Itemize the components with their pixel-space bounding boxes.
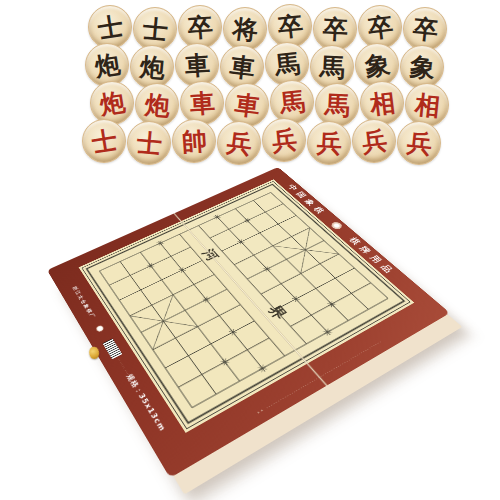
- xiangqi-piece-士: 士: [127, 121, 171, 165]
- xiangqi-piece-炮: 炮: [135, 83, 179, 127]
- piece-character: 卒: [366, 13, 394, 41]
- piece-character: 馬: [278, 88, 305, 115]
- piece-character: 卒: [276, 12, 303, 39]
- piece-character: 兵: [405, 129, 432, 156]
- piece-character: 車: [184, 52, 211, 79]
- xiangqi-piece-兵: 兵: [352, 119, 396, 163]
- piece-character: 卒: [411, 15, 438, 42]
- xiangqi-piece-兵: 兵: [397, 121, 441, 165]
- piece-character: 卒: [322, 16, 348, 42]
- piece-character: 馬: [324, 92, 350, 118]
- pieces-tray: 士士卒将卒卒卒卒 炮炮車車馬馬象象 炮炮車車馬馬相相 士士帥兵兵兵兵兵: [0, 5, 500, 163]
- xiangqi-piece-炮: 炮: [90, 81, 134, 125]
- piece-character: 士: [90, 127, 119, 156]
- seal-icon: [329, 221, 343, 231]
- xiangqi-piece-兵: 兵: [307, 121, 351, 165]
- xiangqi-piece-馬: 馬: [270, 80, 314, 124]
- xiangqi-piece-兵: 兵: [262, 118, 306, 162]
- piece-character: 相: [413, 91, 440, 118]
- xiangqi-piece-車: 車: [180, 81, 224, 125]
- tray-row-red-2: 士士帥兵兵兵兵兵: [82, 119, 500, 163]
- board-field: 河 界: [79, 179, 415, 433]
- piece-character: 車: [189, 90, 216, 117]
- piece-character: 兵: [360, 127, 388, 155]
- piece-character: 相: [368, 89, 396, 117]
- xiangqi-piece-相: 相: [405, 83, 449, 127]
- piece-character: 兵: [225, 129, 253, 157]
- piece-character: 炮: [93, 51, 122, 80]
- clasp-icon: [88, 346, 100, 360]
- piece-character: 炮: [138, 53, 165, 80]
- piece-character: 卒: [187, 14, 214, 41]
- xiangqi-board: 河 界 中国象棋 棋牌用品 浙江太仓象棋厂 ······· ······· 规格…: [47, 167, 450, 478]
- piece-character: 帥: [181, 128, 208, 155]
- piece-character: 士: [141, 15, 168, 42]
- product-photo: 士士卒将卒卒卒卒 炮炮車車馬馬象象 炮炮車車馬馬相相 士士帥兵兵兵兵兵: [0, 0, 500, 500]
- piece-character: 士: [135, 129, 162, 156]
- piece-character: 炮: [143, 91, 170, 118]
- piece-character: 車: [233, 91, 261, 119]
- xiangqi-piece-相: 相: [360, 81, 404, 125]
- xiangqi-piece-士: 士: [82, 119, 126, 163]
- xiangqi-piece-馬: 馬: [315, 83, 359, 127]
- piece-character: 将: [231, 15, 259, 43]
- xiangqi-piece-車: 車: [225, 83, 269, 127]
- logo-icon: [95, 325, 104, 333]
- piece-character: 象: [408, 53, 435, 80]
- tray-row-red-1: 炮炮車車馬馬相相: [90, 81, 500, 125]
- piece-character: 兵: [270, 126, 297, 153]
- piece-character: 車: [228, 53, 256, 81]
- xiangqi-piece-兵: 兵: [217, 121, 261, 165]
- piece-character: 馬: [319, 54, 345, 80]
- piece-character: 象: [363, 51, 391, 79]
- xiangqi-piece-帥: 帥: [172, 119, 216, 163]
- barcode: [102, 338, 122, 359]
- piece-character: 炮: [98, 89, 127, 118]
- piece-character: 兵: [316, 130, 342, 156]
- piece-character: 士: [96, 13, 125, 42]
- piece-character: 馬: [273, 50, 300, 77]
